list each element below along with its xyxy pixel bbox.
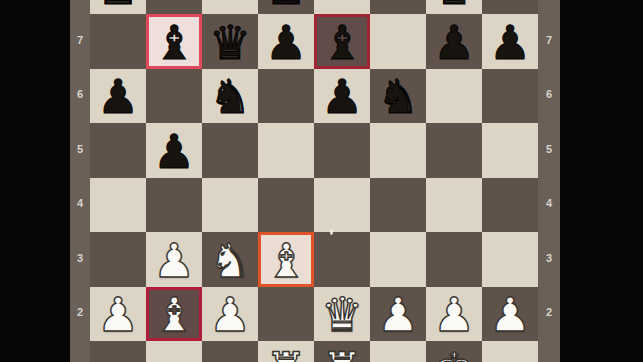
- square-b5[interactable]: ♟: [146, 123, 202, 178]
- square-g1[interactable]: ♚: [426, 341, 482, 362]
- square-h2[interactable]: ♟: [482, 287, 538, 342]
- piece-black-pawn-d7[interactable]: ♟: [265, 19, 307, 66]
- square-h8[interactable]: [482, 0, 538, 14]
- rank-label-left-2: 2: [70, 306, 90, 321]
- rank-label-right-6: 6: [539, 88, 559, 103]
- rank-label-left-6: 6: [70, 88, 90, 103]
- piece-white-bishop-b2[interactable]: ♝: [153, 291, 195, 338]
- square-a8[interactable]: ♜: [90, 0, 146, 14]
- piece-white-queen-e2[interactable]: ♛: [321, 291, 363, 338]
- piece-black-pawn-a6[interactable]: ♟: [97, 73, 139, 120]
- square-h4[interactable]: [482, 178, 538, 233]
- square-g2[interactable]: ♟: [426, 287, 482, 342]
- piece-black-rook-a8[interactable]: ♜: [97, 0, 139, 11]
- square-d8[interactable]: ♜: [258, 0, 314, 14]
- piece-black-knight-f6[interactable]: ♞: [377, 73, 419, 120]
- letterboxed-video-stage: ♜♜♚♝♛♟♝♟♟♟♞♟♞♟♟♞♝♟♝♟♛♟♟♟♜♜♚ 765432765432…: [0, 0, 643, 362]
- square-a3[interactable]: [90, 232, 146, 287]
- square-b8[interactable]: [146, 0, 202, 14]
- piece-white-pawn-h2[interactable]: ♟: [489, 291, 531, 338]
- rank-label-right-2: 2: [539, 306, 559, 321]
- square-f5[interactable]: [370, 123, 426, 178]
- piece-white-pawn-a2[interactable]: ♟: [97, 291, 139, 338]
- square-b3[interactable]: ♟: [146, 232, 202, 287]
- square-e3[interactable]: [314, 232, 370, 287]
- square-d7[interactable]: ♟: [258, 14, 314, 69]
- square-h5[interactable]: [482, 123, 538, 178]
- square-b7[interactable]: ♝: [146, 14, 202, 69]
- annotation-tick-mark: ': [329, 227, 334, 246]
- piece-white-rook-d1[interactable]: ♜: [265, 346, 307, 362]
- piece-white-rook-e1[interactable]: ♜: [321, 346, 363, 362]
- square-e2[interactable]: ♛: [314, 287, 370, 342]
- square-d1[interactable]: ♜: [258, 341, 314, 362]
- piece-white-bishop-d3[interactable]: ♝: [265, 237, 307, 284]
- piece-white-pawn-f2[interactable]: ♟: [377, 291, 419, 338]
- piece-black-knight-c6[interactable]: ♞: [209, 73, 251, 120]
- square-f4[interactable]: [370, 178, 426, 233]
- square-b4[interactable]: [146, 178, 202, 233]
- square-g6[interactable]: [426, 69, 482, 124]
- square-g4[interactable]: [426, 178, 482, 233]
- square-h6[interactable]: [482, 69, 538, 124]
- square-d6[interactable]: [258, 69, 314, 124]
- square-b1[interactable]: [146, 341, 202, 362]
- piece-black-pawn-e6[interactable]: ♟: [321, 73, 363, 120]
- rank-label-right-7: 7: [539, 34, 559, 49]
- piece-white-king-g1[interactable]: ♚: [433, 346, 475, 362]
- square-f2[interactable]: ♟: [370, 287, 426, 342]
- square-e1[interactable]: ♜: [314, 341, 370, 362]
- square-a4[interactable]: [90, 178, 146, 233]
- square-c8[interactable]: [202, 0, 258, 14]
- square-d4[interactable]: [258, 178, 314, 233]
- piece-white-knight-c3[interactable]: ♞: [209, 237, 251, 284]
- square-a7[interactable]: [90, 14, 146, 69]
- piece-black-pawn-h7[interactable]: ♟: [489, 19, 531, 66]
- square-b2[interactable]: ♝: [146, 287, 202, 342]
- square-g8[interactable]: ♚: [426, 0, 482, 14]
- square-b6[interactable]: [146, 69, 202, 124]
- square-h7[interactable]: ♟: [482, 14, 538, 69]
- square-h3[interactable]: [482, 232, 538, 287]
- square-f8[interactable]: [370, 0, 426, 14]
- square-e8[interactable]: [314, 0, 370, 14]
- square-c1[interactable]: [202, 341, 258, 362]
- rank-label-left-4: 4: [70, 197, 90, 212]
- piece-black-bishop-e7[interactable]: ♝: [321, 19, 363, 66]
- square-f6[interactable]: ♞: [370, 69, 426, 124]
- square-d2[interactable]: [258, 287, 314, 342]
- rank-label-right-4: 4: [539, 197, 559, 212]
- square-c4[interactable]: [202, 178, 258, 233]
- square-a5[interactable]: [90, 123, 146, 178]
- square-f3[interactable]: [370, 232, 426, 287]
- square-c7[interactable]: ♛: [202, 14, 258, 69]
- square-f7[interactable]: [370, 14, 426, 69]
- square-c5[interactable]: [202, 123, 258, 178]
- square-c6[interactable]: ♞: [202, 69, 258, 124]
- square-e5[interactable]: [314, 123, 370, 178]
- square-a1[interactable]: [90, 341, 146, 362]
- piece-black-king-g8[interactable]: ♚: [433, 0, 475, 11]
- square-h1[interactable]: [482, 341, 538, 362]
- square-g3[interactable]: [426, 232, 482, 287]
- rank-label-right-5: 5: [539, 143, 559, 158]
- square-c2[interactable]: ♟: [202, 287, 258, 342]
- piece-black-queen-c7[interactable]: ♛: [209, 19, 251, 66]
- chess-board-frame: ♜♜♚♝♛♟♝♟♟♟♞♟♞♟♟♞♝♟♝♟♛♟♟♟♜♜♚ 765432765432…: [70, 0, 560, 362]
- rank-label-left-5: 5: [70, 143, 90, 158]
- square-e4[interactable]: [314, 178, 370, 233]
- square-f1[interactable]: [370, 341, 426, 362]
- square-d3[interactable]: ♝: [258, 232, 314, 287]
- piece-black-bishop-b7[interactable]: ♝: [153, 19, 195, 66]
- piece-white-pawn-g2[interactable]: ♟: [433, 291, 475, 338]
- piece-black-pawn-b5[interactable]: ♟: [153, 128, 195, 175]
- square-g5[interactable]: [426, 123, 482, 178]
- piece-white-pawn-b3[interactable]: ♟: [153, 237, 195, 284]
- rank-label-left-3: 3: [70, 252, 90, 267]
- rank-label-right-3: 3: [539, 252, 559, 267]
- piece-black-pawn-g7[interactable]: ♟: [433, 19, 475, 66]
- piece-white-pawn-c2[interactable]: ♟: [209, 291, 251, 338]
- square-a6[interactable]: ♟: [90, 69, 146, 124]
- piece-black-rook-d8[interactable]: ♜: [265, 0, 307, 11]
- square-g7[interactable]: ♟: [426, 14, 482, 69]
- square-c3[interactable]: ♞: [202, 232, 258, 287]
- square-e7[interactable]: ♝: [314, 14, 370, 69]
- square-a2[interactable]: ♟: [90, 287, 146, 342]
- square-e6[interactable]: ♟: [314, 69, 370, 124]
- rank-label-left-7: 7: [70, 34, 90, 49]
- chess-board[interactable]: ♜♜♚♝♛♟♝♟♟♟♞♟♞♟♟♞♝♟♝♟♛♟♟♟♜♜♚: [90, 0, 538, 362]
- square-d5[interactable]: [258, 123, 314, 178]
